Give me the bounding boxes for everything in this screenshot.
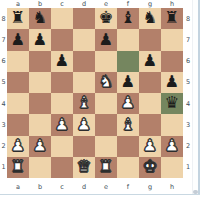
file-label: g [139,0,161,8]
square-f5[interactable]: ♟ [117,72,139,93]
black-queen[interactable]: ♛ [165,95,180,112]
file-labels-bottom: abcdefgh [7,182,183,192]
black-pawn[interactable]: ♟ [55,53,70,70]
file-label: b [29,182,51,192]
square-a8[interactable]: ♜ [7,8,29,29]
black-knight[interactable]: ♞ [33,10,48,27]
square-a6[interactable] [7,51,29,72]
square-h1[interactable] [161,157,183,178]
file-labels-top: abcdefgh [7,0,183,8]
file-label: d [73,0,95,8]
square-d5[interactable] [73,72,95,93]
square-c4[interactable] [51,93,73,114]
square-f2[interactable] [117,136,139,157]
square-e3[interactable] [95,114,117,135]
square-g6[interactable]: ♟ [139,51,161,72]
rank-labels-right: 87654321 [184,8,192,178]
square-g3[interactable] [139,114,161,135]
square-g1[interactable]: ♚ [139,157,161,178]
square-h8[interactable]: ♜ [161,8,183,29]
white-rook[interactable]: ♜ [99,159,114,176]
file-label: b [29,0,51,8]
white-pawn[interactable]: ♟ [121,95,136,112]
square-c6[interactable]: ♟ [51,51,73,72]
rank-label: 6 [184,51,192,72]
horizontal-divider [0,194,200,195]
square-c2[interactable] [51,136,73,157]
rank-label: 5 [0,72,7,93]
square-e7[interactable]: ♟ [95,29,117,50]
square-b1[interactable] [29,157,51,178]
square-h2[interactable]: ♟ [161,136,183,157]
square-d4[interactable]: ♝ [73,93,95,114]
square-h5[interactable]: ♟ [161,72,183,93]
black-pawn[interactable]: ♟ [33,32,48,49]
square-e4[interactable] [95,93,117,114]
scrollbar-track-line [198,0,200,194]
file-label: h [161,182,183,192]
black-rook[interactable]: ♜ [11,10,26,27]
square-b4[interactable] [29,93,51,114]
square-g2[interactable]: ♟ [139,136,161,157]
square-b3[interactable] [29,114,51,135]
square-g8[interactable]: ♞ [139,8,161,29]
square-c5[interactable] [51,72,73,93]
square-f8[interactable]: ♝ [117,8,139,29]
rank-label: 8 [0,8,7,29]
white-bishop[interactable]: ♝ [121,117,136,134]
square-a3[interactable] [7,114,29,135]
vertical-scrollbar[interactable] [192,0,200,194]
black-pawn[interactable]: ♟ [121,74,136,91]
white-pawn[interactable]: ♟ [11,138,26,155]
rank-label: 4 [0,93,7,114]
square-d8[interactable] [73,8,95,29]
black-pawn[interactable]: ♟ [165,74,180,91]
white-pawn[interactable]: ♟ [77,117,92,134]
rank-label: 5 [184,72,192,93]
black-rook[interactable]: ♜ [165,10,180,27]
square-e6[interactable] [95,51,117,72]
white-pawn[interactable]: ♟ [143,138,158,155]
square-g4[interactable] [139,93,161,114]
square-b2[interactable]: ♟ [29,136,51,157]
square-f3[interactable]: ♝ [117,114,139,135]
square-a4[interactable] [7,93,29,114]
square-e2[interactable] [95,136,117,157]
square-e1[interactable]: ♜ [95,157,117,178]
rank-label: 1 [0,157,7,178]
square-d6[interactable] [73,51,95,72]
black-bishop[interactable]: ♝ [121,10,136,27]
square-c8[interactable] [51,8,73,29]
square-b6[interactable] [29,51,51,72]
rank-label: 2 [0,136,7,157]
white-queen[interactable]: ♛ [77,159,92,176]
square-f4[interactable]: ♟ [117,93,139,114]
page: abcdefgh 87654321 ♜♞♚♝♞♜♟♟♟♟♟♞♟♟♝♟♛♟♟♝♟♟… [0,0,200,199]
square-g5[interactable] [139,72,161,93]
square-a7[interactable]: ♟ [7,29,29,50]
rank-label: 4 [184,93,192,114]
square-e5[interactable]: ♞ [95,72,117,93]
square-h6[interactable] [161,51,183,72]
square-h7[interactable] [161,29,183,50]
rank-label: 1 [184,157,192,178]
square-f1[interactable] [117,157,139,178]
black-pawn[interactable]: ♟ [99,32,114,49]
black-king[interactable]: ♚ [99,10,114,27]
rank-label: 6 [0,51,7,72]
file-label: g [139,182,161,192]
white-bishop[interactable]: ♝ [77,95,92,112]
square-a2[interactable]: ♟ [7,136,29,157]
white-pawn[interactable]: ♟ [55,117,70,134]
square-h3[interactable] [161,114,183,135]
rank-label: 7 [184,29,192,50]
black-pawn[interactable]: ♟ [11,32,26,49]
square-h4[interactable]: ♛ [161,93,183,114]
file-label: a [7,0,29,8]
square-a1[interactable]: ♜ [7,157,29,178]
square-d7[interactable] [73,29,95,50]
square-c7[interactable] [51,29,73,50]
square-e8[interactable]: ♚ [95,8,117,29]
rank-label: 8 [184,8,192,29]
chess-board: ♜♞♚♝♞♜♟♟♟♟♟♞♟♟♝♟♛♟♟♝♟♟♟♟♜♛♜♚ [7,8,183,178]
file-label: e [95,182,117,192]
rank-label: 7 [0,29,7,50]
square-b8[interactable]: ♞ [29,8,51,29]
file-label: h [161,0,183,8]
square-a5[interactable] [7,72,29,93]
white-pawn[interactable]: ♟ [33,138,48,155]
file-label: a [7,182,29,192]
file-label: c [51,0,73,8]
file-label: f [117,182,139,192]
rank-label: 2 [184,136,192,157]
square-d1[interactable]: ♛ [73,157,95,178]
rank-label: 3 [0,114,7,135]
square-d2[interactable] [73,136,95,157]
black-pawn[interactable]: ♟ [143,53,158,70]
square-b5[interactable] [29,72,51,93]
square-g7[interactable] [139,29,161,50]
white-knight[interactable]: ♞ [99,74,114,91]
rank-labels-left: 87654321 [0,8,7,178]
rank-label: 3 [184,114,192,135]
black-knight[interactable]: ♞ [143,10,158,27]
square-b7[interactable]: ♟ [29,29,51,50]
square-c1[interactable] [51,157,73,178]
square-d3[interactable]: ♟ [73,114,95,135]
white-rook[interactable]: ♜ [11,159,26,176]
file-label: d [73,182,95,192]
file-label: c [51,182,73,192]
file-label: f [117,0,139,8]
square-f7[interactable] [117,29,139,50]
white-king[interactable]: ♚ [143,159,158,176]
white-pawn[interactable]: ♟ [165,138,180,155]
scrollbar-corner [193,190,198,194]
square-c3[interactable]: ♟ [51,114,73,135]
file-label: e [95,0,117,8]
square-f6[interactable] [117,51,139,72]
